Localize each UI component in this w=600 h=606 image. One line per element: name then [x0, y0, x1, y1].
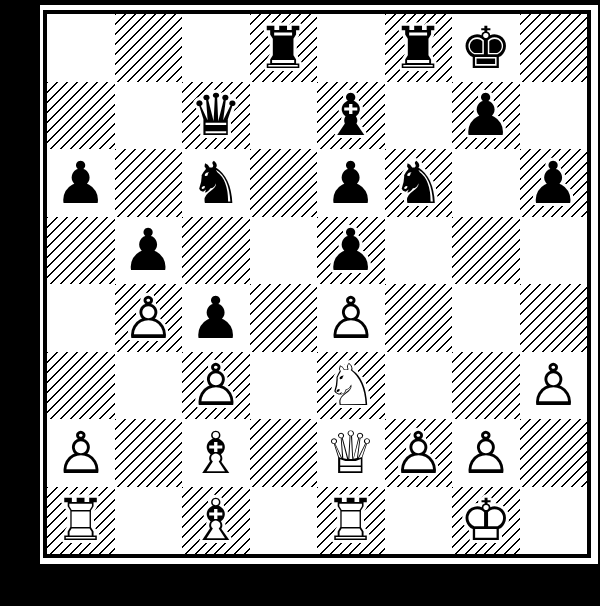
square-c7[interactable]: ♛: [182, 82, 250, 150]
square-e2[interactable]: ♛♕: [317, 419, 385, 487]
square-b3[interactable]: [115, 352, 183, 420]
black-knight[interactable]: ♞: [182, 149, 250, 217]
square-h8[interactable]: [520, 14, 588, 82]
black-bishop-glyph: ♝: [317, 82, 385, 150]
square-b4[interactable]: ♟♙: [115, 284, 183, 352]
square-e4[interactable]: ♟♙: [317, 284, 385, 352]
white-rook[interactable]: ♜♖: [317, 487, 385, 555]
square-h2[interactable]: [520, 419, 588, 487]
black-rook-glyph: ♜: [385, 14, 453, 82]
square-b7[interactable]: [115, 82, 183, 150]
white-pawn-glyph: ♙: [385, 419, 453, 487]
white-pawn[interactable]: ♟♙: [385, 419, 453, 487]
square-c4[interactable]: ♟: [182, 284, 250, 352]
black-pawn[interactable]: ♟: [47, 149, 115, 217]
black-bishop[interactable]: ♝: [317, 82, 385, 150]
white-bishop[interactable]: ♝♗: [182, 419, 250, 487]
black-rook-glyph: ♜: [250, 14, 318, 82]
black-pawn-glyph: ♟: [317, 149, 385, 217]
square-a6[interactable]: ♟: [47, 149, 115, 217]
square-c2[interactable]: ♝♗: [182, 419, 250, 487]
white-pawn[interactable]: ♟♙: [47, 419, 115, 487]
square-g6[interactable]: [452, 149, 520, 217]
square-c8[interactable]: [182, 14, 250, 82]
square-h7[interactable]: [520, 82, 588, 150]
square-b1[interactable]: [115, 487, 183, 555]
white-king-glyph: ♔: [452, 487, 520, 555]
white-queen-glyph: ♕: [317, 419, 385, 487]
square-h4[interactable]: [520, 284, 588, 352]
black-queen[interactable]: ♛: [182, 82, 250, 150]
black-pawn[interactable]: ♟: [182, 284, 250, 352]
black-pawn-glyph: ♟: [47, 149, 115, 217]
square-f4[interactable]: [385, 284, 453, 352]
square-g7[interactable]: ♟: [452, 82, 520, 150]
black-pawn-glyph: ♟: [182, 284, 250, 352]
square-e6[interactable]: ♟: [317, 149, 385, 217]
square-d7[interactable]: [250, 82, 318, 150]
square-d6[interactable]: [250, 149, 318, 217]
white-knight[interactable]: ♞♘: [317, 352, 385, 420]
square-g1[interactable]: ♚♔: [452, 487, 520, 555]
square-f3[interactable]: [385, 352, 453, 420]
white-bishop[interactable]: ♝♗: [182, 487, 250, 555]
square-g2[interactable]: ♟♙: [452, 419, 520, 487]
square-g5[interactable]: [452, 217, 520, 285]
square-g8[interactable]: ♚: [452, 14, 520, 82]
white-pawn-glyph: ♙: [452, 419, 520, 487]
black-pawn-glyph: ♟: [520, 149, 588, 217]
black-pawn[interactable]: ♟: [452, 82, 520, 150]
white-pawn[interactable]: ♟♙: [115, 284, 183, 352]
square-d1[interactable]: [250, 487, 318, 555]
black-rook[interactable]: ♜: [250, 14, 318, 82]
square-f2[interactable]: ♟♙: [385, 419, 453, 487]
black-pawn[interactable]: ♟: [520, 149, 588, 217]
square-f5[interactable]: [385, 217, 453, 285]
white-pawn-glyph: ♙: [115, 284, 183, 352]
white-bishop-glyph: ♗: [182, 487, 250, 555]
square-a4[interactable]: [47, 284, 115, 352]
white-rook-glyph: ♖: [317, 487, 385, 555]
square-d2[interactable]: [250, 419, 318, 487]
square-b2[interactable]: [115, 419, 183, 487]
square-e7[interactable]: ♝: [317, 82, 385, 150]
square-a8[interactable]: [47, 14, 115, 82]
black-pawn[interactable]: ♟: [317, 217, 385, 285]
white-pawn[interactable]: ♟♙: [452, 419, 520, 487]
black-king-glyph: ♚: [452, 14, 520, 82]
square-f1[interactable]: [385, 487, 453, 555]
black-knight[interactable]: ♞: [385, 149, 453, 217]
black-pawn-glyph: ♟: [115, 217, 183, 285]
black-pawn-glyph: ♟: [317, 217, 385, 285]
white-king[interactable]: ♚♔: [452, 487, 520, 555]
square-d3[interactable]: [250, 352, 318, 420]
square-b5[interactable]: ♟: [115, 217, 183, 285]
black-rook[interactable]: ♜: [385, 14, 453, 82]
white-pawn-glyph: ♙: [520, 352, 588, 420]
black-pawn[interactable]: ♟: [317, 149, 385, 217]
white-pawn[interactable]: ♟♙: [317, 284, 385, 352]
square-c3[interactable]: ♟♙: [182, 352, 250, 420]
square-d5[interactable]: [250, 217, 318, 285]
white-rook-glyph: ♖: [47, 487, 115, 555]
square-a5[interactable]: [47, 217, 115, 285]
white-bishop-glyph: ♗: [182, 419, 250, 487]
square-c5[interactable]: [182, 217, 250, 285]
white-pawn-glyph: ♙: [182, 352, 250, 420]
white-pawn[interactable]: ♟♙: [182, 352, 250, 420]
white-queen[interactable]: ♛♕: [317, 419, 385, 487]
square-h5[interactable]: [520, 217, 588, 285]
black-knight-glyph: ♞: [182, 149, 250, 217]
square-d4[interactable]: [250, 284, 318, 352]
square-a3[interactable]: [47, 352, 115, 420]
square-g4[interactable]: [452, 284, 520, 352]
square-a2[interactable]: ♟♙: [47, 419, 115, 487]
black-pawn-glyph: ♟: [452, 82, 520, 150]
square-f6[interactable]: ♞: [385, 149, 453, 217]
black-knight-glyph: ♞: [385, 149, 453, 217]
square-c1[interactable]: ♝♗: [182, 487, 250, 555]
chess-board: ♜♜♚♛♝♟♟♞♟♞♟♟♟♟♙♟♟♙♟♙♞♘♟♙♟♙♝♗♛♕♟♙♟♙♜♖♝♗♜♖…: [43, 10, 591, 558]
square-d8[interactable]: ♜: [250, 14, 318, 82]
square-e3[interactable]: ♞♘: [317, 352, 385, 420]
square-c6[interactable]: ♞: [182, 149, 250, 217]
white-pawn-glyph: ♙: [317, 284, 385, 352]
square-f7[interactable]: [385, 82, 453, 150]
square-e1[interactable]: ♜♖: [317, 487, 385, 555]
black-pawn[interactable]: ♟: [115, 217, 183, 285]
square-a7[interactable]: [47, 82, 115, 150]
black-king[interactable]: ♚: [452, 14, 520, 82]
white-rook[interactable]: ♜♖: [47, 487, 115, 555]
square-b8[interactable]: [115, 14, 183, 82]
square-g3[interactable]: [452, 352, 520, 420]
square-e5[interactable]: ♟: [317, 217, 385, 285]
square-h1[interactable]: [520, 487, 588, 555]
white-knight-glyph: ♘: [317, 352, 385, 420]
square-e8[interactable]: [317, 14, 385, 82]
square-h6[interactable]: ♟: [520, 149, 588, 217]
black-queen-glyph: ♛: [182, 82, 250, 150]
white-pawn[interactable]: ♟♙: [520, 352, 588, 420]
white-pawn-glyph: ♙: [47, 419, 115, 487]
square-h3[interactable]: ♟♙: [520, 352, 588, 420]
square-f8[interactable]: ♜: [385, 14, 453, 82]
square-a1[interactable]: ♜♖: [47, 487, 115, 555]
square-b6[interactable]: [115, 149, 183, 217]
